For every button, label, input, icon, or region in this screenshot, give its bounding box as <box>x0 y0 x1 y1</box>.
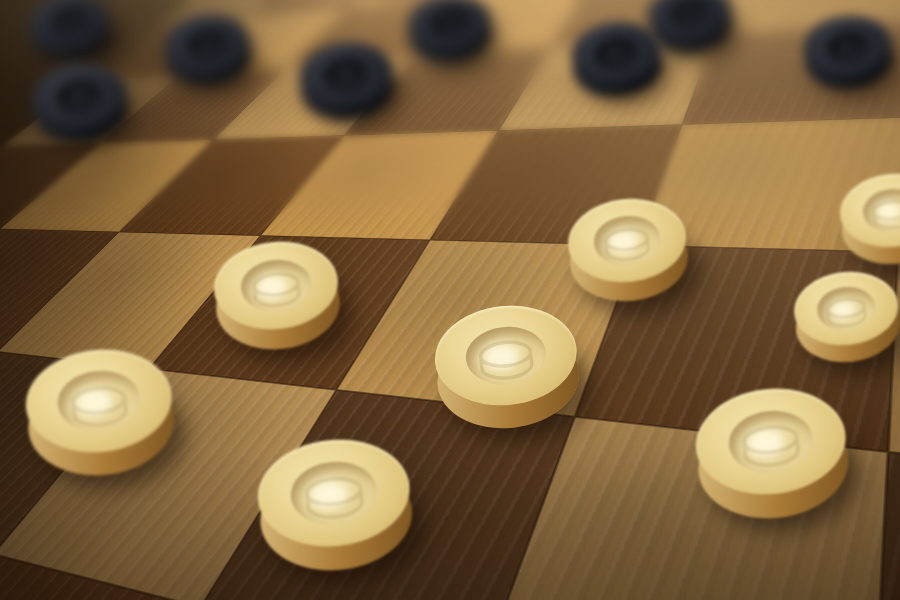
checkers-photo-scene: ⛂⛂⛂⛂⛂⛂⛂⛂⛂⛀⛀⛀⛀⛀⛀⛀⛀ <box>0 0 900 600</box>
white-man-glyph: ⛀ <box>691 381 851 501</box>
light-piece-face: ⛀ <box>691 381 851 501</box>
light-piece-face: ⛀ <box>430 298 582 411</box>
black-man-glyph: ⛂ <box>405 0 495 57</box>
dark-piece-face: ⛂ <box>296 37 396 112</box>
black-man-glyph: ⛂ <box>27 0 112 54</box>
dark-piece-face: ⛂ <box>262 0 343 26</box>
light-checker-piece[interactable]: ⛀ <box>21 343 179 483</box>
dark-checker-piece[interactable]: ⛂ <box>162 11 255 91</box>
light-checker-piece[interactable]: ⛀ <box>564 193 692 307</box>
dark-checker-piece[interactable]: ⛂ <box>800 12 895 94</box>
white-man-glyph: ⛀ <box>791 266 900 349</box>
dark-piece-face: ⛂ <box>27 0 112 54</box>
dark-checker-piece[interactable]: ⛂ <box>29 59 131 146</box>
black-man-glyph: ⛂ <box>800 12 894 83</box>
light-piece-face: ⛀ <box>21 343 177 460</box>
white-man-glyph: ⛀ <box>564 193 690 288</box>
black-man-glyph: ⛂ <box>568 17 664 89</box>
white-man-glyph: ⛀ <box>21 343 177 460</box>
white-man-glyph: ⛀ <box>837 168 900 251</box>
dark-piece-face: ⛂ <box>162 11 254 80</box>
dark-piece-side <box>263 0 344 36</box>
dark-piece-face: ⛂ <box>568 17 664 89</box>
dark-piece-dimple <box>283 0 324 12</box>
dark-checker-piece[interactable]: ⛂ <box>568 17 665 101</box>
light-piece-face: ⛀ <box>253 432 415 553</box>
white-man-glyph: ⛀ <box>253 432 415 553</box>
dark-checker-piece[interactable]: ⛂ <box>27 0 113 64</box>
light-checker-piece[interactable]: ⛀ <box>691 381 854 525</box>
dark-checker-piece[interactable]: ⛂ <box>296 37 398 124</box>
light-checker-piece[interactable]: ⛀ <box>430 298 584 434</box>
light-piece-face: ⛀ <box>837 168 900 251</box>
black-man-glyph: ⛂ <box>296 37 396 112</box>
light-checker-piece[interactable]: ⛀ <box>837 168 900 268</box>
light-piece-face: ⛀ <box>791 266 900 349</box>
black-man-glyph: ⛂ <box>29 59 129 134</box>
dark-piece-face: ⛂ <box>29 59 129 134</box>
dark-checker-piece[interactable]: ⛂ <box>262 0 344 36</box>
light-checker-piece[interactable]: ⛀ <box>253 432 418 577</box>
dark-piece-face: ⛂ <box>800 12 894 83</box>
light-checker-piece[interactable]: ⛀ <box>791 266 900 366</box>
light-piece-face: ⛀ <box>564 193 690 288</box>
light-piece-face: ⛀ <box>210 235 342 334</box>
black-man-glyph: ⛂ <box>262 0 343 26</box>
dark-checker-piece[interactable]: ⛂ <box>405 0 496 68</box>
dark-piece-face: ⛂ <box>405 0 495 57</box>
white-man-glyph: ⛀ <box>430 298 582 411</box>
black-man-glyph: ⛂ <box>162 11 254 80</box>
white-man-glyph: ⛀ <box>210 235 342 334</box>
light-checker-piece[interactable]: ⛀ <box>210 235 345 354</box>
pieces-layer: ⛂⛂⛂⛂⛂⛂⛂⛂⛂⛀⛀⛀⛀⛀⛀⛀⛀ <box>0 0 900 600</box>
